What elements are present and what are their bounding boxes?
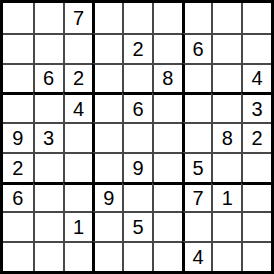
cell-r8c3[interactable]: 1 <box>63 211 93 241</box>
cell-r4c7[interactable] <box>182 92 212 122</box>
cell-r9c2[interactable] <box>33 241 63 271</box>
cell-r4c5[interactable]: 6 <box>122 92 152 122</box>
cell-r8c2[interactable] <box>33 211 63 241</box>
cell-r9c3[interactable] <box>63 241 93 271</box>
cell-r2c5[interactable]: 2 <box>122 33 152 63</box>
cell-r9c1[interactable] <box>3 241 33 271</box>
cell-r1c8[interactable] <box>211 3 241 33</box>
cell-r6c4[interactable] <box>92 152 122 182</box>
cell-r2c2[interactable] <box>33 33 63 63</box>
cell-r5c9[interactable]: 2 <box>241 122 271 152</box>
cell-r1c2[interactable] <box>33 3 63 33</box>
cell-r3c2[interactable]: 6 <box>33 63 63 93</box>
cell-r2c9[interactable] <box>241 33 271 63</box>
cell-r6c8[interactable] <box>211 152 241 182</box>
cell-r9c6[interactable] <box>152 241 182 271</box>
cell-r2c4[interactable] <box>92 33 122 63</box>
cell-r6c7[interactable]: 5 <box>182 152 212 182</box>
cell-r8c9[interactable] <box>241 211 271 241</box>
cell-r7c2[interactable] <box>33 182 63 212</box>
cell-r1c1[interactable] <box>3 3 33 33</box>
cell-r5c1[interactable]: 9 <box>3 122 33 152</box>
cell-r8c5[interactable]: 5 <box>122 211 152 241</box>
cell-r2c6[interactable] <box>152 33 182 63</box>
cell-r5c5[interactable] <box>122 122 152 152</box>
cell-r1c6[interactable] <box>152 3 182 33</box>
cell-r5c6[interactable] <box>152 122 182 152</box>
cell-r2c8[interactable] <box>211 33 241 63</box>
cell-r3c1[interactable] <box>3 63 33 93</box>
cell-r9c9[interactable] <box>241 241 271 271</box>
cell-r2c1[interactable] <box>3 33 33 63</box>
cell-r3c3[interactable]: 2 <box>63 63 93 93</box>
cell-r4c2[interactable] <box>33 92 63 122</box>
cell-r5c2[interactable]: 3 <box>33 122 63 152</box>
cell-r3c5[interactable] <box>122 63 152 93</box>
cell-r6c2[interactable] <box>33 152 63 182</box>
cell-r8c1[interactable] <box>3 211 33 241</box>
cell-r6c5[interactable]: 9 <box>122 152 152 182</box>
cell-r3c7[interactable] <box>182 63 212 93</box>
cell-r6c6[interactable] <box>152 152 182 182</box>
cell-r4c1[interactable] <box>3 92 33 122</box>
cell-r7c6[interactable] <box>152 182 182 212</box>
cell-r8c6[interactable] <box>152 211 182 241</box>
sudoku-board: 726628446393822956971154 <box>0 0 274 274</box>
cell-r7c8[interactable]: 1 <box>211 182 241 212</box>
cell-r9c8[interactable] <box>211 241 241 271</box>
cell-r1c3[interactable]: 7 <box>63 3 93 33</box>
cell-r5c3[interactable] <box>63 122 93 152</box>
cell-r1c9[interactable] <box>241 3 271 33</box>
cell-r3c9[interactable]: 4 <box>241 63 271 93</box>
cell-r7c4[interactable]: 9 <box>92 182 122 212</box>
cell-r7c3[interactable] <box>63 182 93 212</box>
cell-r9c5[interactable] <box>122 241 152 271</box>
cell-r4c9[interactable]: 3 <box>241 92 271 122</box>
cell-r7c9[interactable] <box>241 182 271 212</box>
cell-r1c4[interactable] <box>92 3 122 33</box>
cell-r3c8[interactable] <box>211 63 241 93</box>
cell-r8c4[interactable] <box>92 211 122 241</box>
cell-r9c7[interactable]: 4 <box>182 241 212 271</box>
cell-r8c7[interactable] <box>182 211 212 241</box>
cell-r1c5[interactable] <box>122 3 152 33</box>
cell-r2c3[interactable] <box>63 33 93 63</box>
cell-r7c7[interactable]: 7 <box>182 182 212 212</box>
cell-r5c4[interactable] <box>92 122 122 152</box>
cell-r5c7[interactable] <box>182 122 212 152</box>
cell-r9c4[interactable] <box>92 241 122 271</box>
cell-r3c6[interactable]: 8 <box>152 63 182 93</box>
cell-r8c8[interactable] <box>211 211 241 241</box>
cell-r4c6[interactable] <box>152 92 182 122</box>
cell-r6c1[interactable]: 2 <box>3 152 33 182</box>
cell-r4c3[interactable]: 4 <box>63 92 93 122</box>
cell-r2c7[interactable]: 6 <box>182 33 212 63</box>
cell-r1c7[interactable] <box>182 3 212 33</box>
cell-r5c8[interactable]: 8 <box>211 122 241 152</box>
cell-r4c8[interactable] <box>211 92 241 122</box>
cell-r3c4[interactable] <box>92 63 122 93</box>
cell-r7c1[interactable]: 6 <box>3 182 33 212</box>
cell-r6c9[interactable] <box>241 152 271 182</box>
cell-r6c3[interactable] <box>63 152 93 182</box>
cell-r4c4[interactable] <box>92 92 122 122</box>
cell-r7c5[interactable] <box>122 182 152 212</box>
